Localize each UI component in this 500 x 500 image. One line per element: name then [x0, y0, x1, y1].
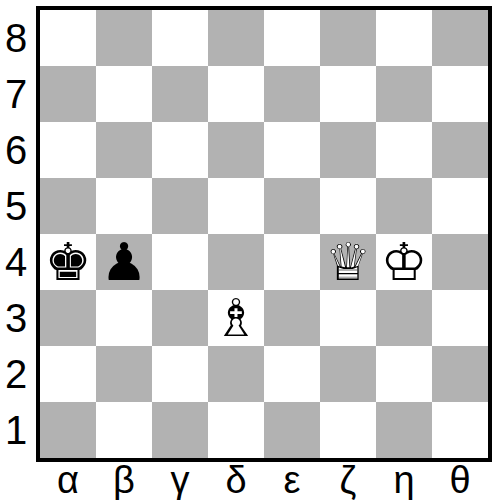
square-h2[interactable]: [432, 346, 488, 402]
square-d6[interactable]: [208, 122, 264, 178]
square-f8[interactable]: [320, 10, 376, 66]
rank-label-8: 8: [0, 10, 32, 66]
square-a1[interactable]: [40, 402, 96, 458]
file-label-g: η: [376, 458, 432, 500]
file-label-b: β: [96, 458, 152, 500]
white-queen: ♛♕: [320, 234, 376, 290]
white-bishop: ♝♗: [208, 290, 264, 346]
square-a4[interactable]: ♚: [40, 234, 96, 290]
file-label-a: α: [40, 458, 96, 500]
rank-label-3: 3: [0, 290, 32, 346]
rank-label-4: 4: [0, 234, 32, 290]
square-f2[interactable]: [320, 346, 376, 402]
square-g6[interactable]: [376, 122, 432, 178]
square-d1[interactable]: [208, 402, 264, 458]
square-d7[interactable]: [208, 66, 264, 122]
square-g4[interactable]: ♚♔: [376, 234, 432, 290]
square-c5[interactable]: [152, 178, 208, 234]
square-h1[interactable]: [432, 402, 488, 458]
square-f3[interactable]: [320, 290, 376, 346]
square-b3[interactable]: [96, 290, 152, 346]
file-labels: αβγδεζηθ: [40, 458, 488, 500]
square-d2[interactable]: [208, 346, 264, 402]
square-h6[interactable]: [432, 122, 488, 178]
square-f5[interactable]: [320, 178, 376, 234]
square-c6[interactable]: [152, 122, 208, 178]
square-f1[interactable]: [320, 402, 376, 458]
black-pawn: ♟: [96, 234, 152, 290]
square-g5[interactable]: [376, 178, 432, 234]
square-e7[interactable]: [264, 66, 320, 122]
rank-label-5: 5: [0, 178, 32, 234]
square-h7[interactable]: [432, 66, 488, 122]
square-e6[interactable]: [264, 122, 320, 178]
square-d4[interactable]: [208, 234, 264, 290]
square-e2[interactable]: [264, 346, 320, 402]
square-b1[interactable]: [96, 402, 152, 458]
square-c7[interactable]: [152, 66, 208, 122]
file-label-d: δ: [208, 458, 264, 500]
square-c3[interactable]: [152, 290, 208, 346]
file-label-h: θ: [432, 458, 488, 500]
rank-label-2: 2: [0, 346, 32, 402]
square-f7[interactable]: [320, 66, 376, 122]
square-a5[interactable]: [40, 178, 96, 234]
square-e8[interactable]: [264, 10, 320, 66]
square-b6[interactable]: [96, 122, 152, 178]
square-e4[interactable]: [264, 234, 320, 290]
square-g2[interactable]: [376, 346, 432, 402]
white-king-outline: ♔: [376, 234, 432, 290]
rank-label-6: 6: [0, 122, 32, 178]
file-label-c: γ: [152, 458, 208, 500]
square-d8[interactable]: [208, 10, 264, 66]
square-c1[interactable]: [152, 402, 208, 458]
rank-labels: 87654321: [0, 10, 32, 458]
square-e1[interactable]: [264, 402, 320, 458]
square-h4[interactable]: [432, 234, 488, 290]
chess-diagram: 87654321 ♚♟♛♕♚♔♝♗ αβγδεζηθ: [0, 0, 500, 500]
square-e3[interactable]: [264, 290, 320, 346]
white-queen-outline: ♕: [320, 234, 376, 290]
square-e5[interactable]: [264, 178, 320, 234]
square-c2[interactable]: [152, 346, 208, 402]
square-g1[interactable]: [376, 402, 432, 458]
square-g8[interactable]: [376, 10, 432, 66]
square-d3[interactable]: ♝♗: [208, 290, 264, 346]
square-c4[interactable]: [152, 234, 208, 290]
square-a6[interactable]: [40, 122, 96, 178]
square-h3[interactable]: [432, 290, 488, 346]
square-h5[interactable]: [432, 178, 488, 234]
square-g3[interactable]: [376, 290, 432, 346]
square-d5[interactable]: [208, 178, 264, 234]
white-bishop-outline: ♗: [208, 290, 264, 346]
square-b7[interactable]: [96, 66, 152, 122]
square-f4[interactable]: ♛♕: [320, 234, 376, 290]
square-b8[interactable]: [96, 10, 152, 66]
black-king-glyph: ♚: [40, 234, 96, 290]
square-a3[interactable]: [40, 290, 96, 346]
square-c8[interactable]: [152, 10, 208, 66]
square-b2[interactable]: [96, 346, 152, 402]
square-f6[interactable]: [320, 122, 376, 178]
square-b5[interactable]: [96, 178, 152, 234]
square-b4[interactable]: ♟: [96, 234, 152, 290]
square-a8[interactable]: [40, 10, 96, 66]
rank-label-7: 7: [0, 66, 32, 122]
chess-board: ♚♟♛♕♚♔♝♗: [36, 6, 492, 462]
square-g7[interactable]: [376, 66, 432, 122]
square-a2[interactable]: [40, 346, 96, 402]
white-king: ♚♔: [376, 234, 432, 290]
square-h8[interactable]: [432, 10, 488, 66]
black-pawn-glyph: ♟: [96, 234, 152, 290]
black-king: ♚: [40, 234, 96, 290]
rank-label-1: 1: [0, 402, 32, 458]
file-label-e: ε: [264, 458, 320, 500]
file-label-f: ζ: [320, 458, 376, 500]
square-a7[interactable]: [40, 66, 96, 122]
